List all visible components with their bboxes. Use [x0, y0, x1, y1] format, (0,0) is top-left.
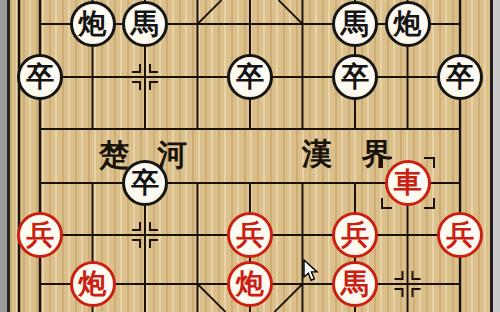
piece-red-soldier[interactable]: 兵: [17, 212, 63, 258]
piece-red-horse[interactable]: 馬: [332, 261, 378, 307]
piece-black-soldier[interactable]: 卒: [17, 54, 63, 100]
piece-black-horse[interactable]: 馬: [122, 1, 168, 47]
piece-red-soldier[interactable]: 兵: [332, 212, 378, 258]
piece-black-soldier[interactable]: 卒: [332, 54, 378, 100]
piece-black-horse[interactable]: 馬: [332, 1, 378, 47]
xiangqi-app-window: 楚河 漢界 炮馬馬炮卒卒卒卒卒車兵兵兵兵炮炮馬: [0, 0, 500, 312]
piece-black-cannon[interactable]: 炮: [385, 1, 431, 47]
piece-red-cannon[interactable]: 炮: [70, 261, 116, 307]
piece-black-soldier[interactable]: 卒: [437, 54, 483, 100]
xiangqi-board[interactable]: 楚河 漢界 炮馬馬炮卒卒卒卒卒車兵兵兵兵炮炮馬: [0, 0, 500, 312]
piece-black-soldier[interactable]: 卒: [122, 160, 168, 206]
piece-red-soldier[interactable]: 兵: [227, 212, 273, 258]
mouse-cursor-icon: [303, 259, 321, 283]
piece-black-soldier[interactable]: 卒: [227, 54, 273, 100]
piece-red-soldier[interactable]: 兵: [437, 212, 483, 258]
piece-red-chariot[interactable]: 車: [385, 160, 431, 206]
piece-red-cannon[interactable]: 炮: [227, 261, 273, 307]
piece-black-cannon[interactable]: 炮: [70, 1, 116, 47]
